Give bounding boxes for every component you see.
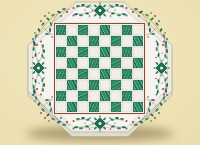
- square-h2: [133, 91, 143, 101]
- square-h7: [133, 36, 143, 46]
- square-d1: [89, 102, 99, 112]
- square-h6: [133, 47, 143, 57]
- square-f6: [111, 47, 121, 57]
- square-g7: [122, 36, 132, 46]
- square-c1: [78, 102, 88, 112]
- square-g6: [122, 47, 132, 57]
- chess-board: [56, 25, 143, 112]
- square-h5: [133, 58, 143, 68]
- square-d7: [89, 36, 99, 46]
- square-d4: [89, 69, 99, 79]
- square-e8: [100, 25, 110, 35]
- square-h1: [133, 102, 143, 112]
- square-c6: [78, 47, 88, 57]
- square-d3: [89, 80, 99, 90]
- square-d5: [89, 58, 99, 68]
- square-f1: [111, 102, 121, 112]
- square-d6: [89, 47, 99, 57]
- square-c5: [78, 58, 88, 68]
- square-f3: [111, 80, 121, 90]
- square-g8: [122, 25, 132, 35]
- square-h3: [133, 80, 143, 90]
- square-d2: [89, 91, 99, 101]
- square-a2: [56, 91, 66, 101]
- square-g4: [122, 69, 132, 79]
- square-b8: [67, 25, 77, 35]
- square-h8: [133, 25, 143, 35]
- square-f8: [111, 25, 121, 35]
- square-c3: [78, 80, 88, 90]
- square-b3: [67, 80, 77, 90]
- square-a8: [56, 25, 66, 35]
- square-e3: [100, 80, 110, 90]
- square-a1: [56, 102, 66, 112]
- square-f5: [111, 58, 121, 68]
- square-c4: [78, 69, 88, 79]
- square-e7: [100, 36, 110, 46]
- square-a5: [56, 58, 66, 68]
- square-g1: [122, 102, 132, 112]
- square-c2: [78, 91, 88, 101]
- square-b2: [67, 91, 77, 101]
- square-h4: [133, 69, 143, 79]
- square-e4: [100, 69, 110, 79]
- scene-background: [0, 0, 200, 145]
- square-d8: [89, 25, 99, 35]
- square-b1: [67, 102, 77, 112]
- chess-board-border: [54, 23, 145, 114]
- square-g2: [122, 91, 132, 101]
- square-g5: [122, 58, 132, 68]
- square-a6: [56, 47, 66, 57]
- square-c7: [78, 36, 88, 46]
- square-e1: [100, 102, 110, 112]
- square-f4: [111, 69, 121, 79]
- square-b6: [67, 47, 77, 57]
- square-e5: [100, 58, 110, 68]
- square-c8: [78, 25, 88, 35]
- square-e2: [100, 91, 110, 101]
- square-b7: [67, 36, 77, 46]
- square-f2: [111, 91, 121, 101]
- square-a4: [56, 69, 66, 79]
- square-b5: [67, 58, 77, 68]
- square-b4: [67, 69, 77, 79]
- square-g3: [122, 80, 132, 90]
- square-e6: [100, 47, 110, 57]
- square-a3: [56, 80, 66, 90]
- square-a7: [56, 36, 66, 46]
- square-f7: [111, 36, 121, 46]
